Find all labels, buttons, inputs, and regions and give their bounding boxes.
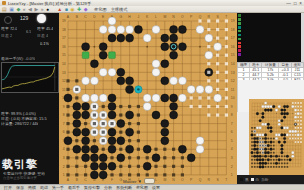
stone-black xyxy=(286,112,289,115)
stone-black xyxy=(161,137,169,145)
ownership-mark xyxy=(163,165,166,168)
graph-icon[interactable]: ◉ xyxy=(70,6,74,12)
board-coordinate: 14 xyxy=(231,62,235,66)
comment-panel[interactable] xyxy=(237,13,304,62)
ownership-mark xyxy=(102,139,105,142)
stone-black xyxy=(117,137,125,145)
ownership-mark xyxy=(251,163,253,165)
ownership-mark xyxy=(207,105,210,108)
engine-caption[interactable]: 载引擎 xyxy=(2,157,38,172)
ownership-mark xyxy=(251,155,253,157)
move-quality-dot[interactable] xyxy=(238,26,241,29)
ownership-mark xyxy=(281,155,283,157)
board-coordinate: 13 xyxy=(62,71,66,75)
board-coordinate: Q xyxy=(199,15,202,19)
stone-black xyxy=(82,43,90,51)
ownership-mark xyxy=(84,165,87,168)
ownership-mark xyxy=(75,96,78,99)
analyze-icon[interactable]: ▲ xyxy=(57,6,62,12)
status-item[interactable]: 保存 xyxy=(16,185,24,190)
stone-white xyxy=(90,77,98,85)
toolbar-toggle[interactable]: 变化图 xyxy=(94,7,107,12)
stone-black xyxy=(82,111,90,119)
board-coordinate: N xyxy=(172,178,175,182)
stone-black xyxy=(281,112,284,115)
move-quality-dot[interactable] xyxy=(238,53,241,56)
ownership-mark xyxy=(295,127,297,129)
ownership-mark xyxy=(207,28,210,31)
status-item[interactable]: 第一手 xyxy=(52,185,64,190)
black-legend-label: 黑 xyxy=(245,178,249,182)
ownership-mark xyxy=(163,156,166,159)
stone-black xyxy=(264,141,267,144)
black-player-stone-icon xyxy=(4,16,12,24)
stone-black xyxy=(270,130,273,133)
stone-white xyxy=(126,26,134,34)
board-coordinate: K xyxy=(146,15,149,19)
status-item[interactable]: 前进 xyxy=(40,185,48,190)
ownership-mark xyxy=(207,62,210,65)
right-panel: 顺序胜率计算量目差坐标 145.117k+0.3J11244.75.2k-0.1… xyxy=(237,13,304,184)
territory-icon[interactable]: ■ xyxy=(65,6,68,12)
board-coordinate: J xyxy=(138,15,140,19)
stone-white xyxy=(152,26,160,34)
ownership-mark xyxy=(181,173,184,176)
ownership-mark xyxy=(259,152,261,154)
stone-black xyxy=(73,128,81,136)
stone-black xyxy=(178,43,186,51)
stone-white xyxy=(291,105,294,108)
ownership-mark xyxy=(251,148,253,150)
stone-black xyxy=(253,148,256,151)
left-analysis-panel: 129 胜率 72.0 6.5 胜率 45.4 目差 2 目差 4 0.1% 最… xyxy=(0,13,59,184)
stone-black xyxy=(286,105,289,108)
ownership-mark xyxy=(267,155,269,157)
board-coordinate: A xyxy=(67,15,70,19)
board-coordinate: N xyxy=(172,15,175,19)
last-icon[interactable]: » xyxy=(41,6,44,12)
board-coordinate: M xyxy=(163,15,166,19)
stone-black xyxy=(267,158,270,161)
status-item[interactable]: 打开 xyxy=(4,185,12,190)
save-icon[interactable]: ◆ xyxy=(16,6,20,12)
stone-black xyxy=(283,137,286,140)
ownership-mark xyxy=(137,113,140,116)
board-coordinate: T xyxy=(225,15,227,19)
stone-black xyxy=(108,145,116,153)
candidate-move[interactable] xyxy=(109,52,116,59)
ownership-mark xyxy=(137,131,140,134)
stone-white xyxy=(291,151,294,154)
ownership-mark xyxy=(154,165,157,168)
stone-white xyxy=(143,94,151,102)
stone-black xyxy=(281,134,284,137)
ownership-mark xyxy=(225,19,228,22)
ownership-mark xyxy=(84,173,87,176)
stone-black xyxy=(161,120,169,128)
board-coordinate: R xyxy=(208,15,211,19)
ownership-mark xyxy=(254,131,256,133)
ownership-mark xyxy=(216,62,219,65)
ownership-mark xyxy=(128,156,131,159)
ownership-mark xyxy=(225,79,228,82)
undo-icon[interactable]: ◀ xyxy=(28,6,32,12)
stone-white xyxy=(264,123,267,126)
board-coordinate: 2 xyxy=(63,165,65,169)
ownership-mark xyxy=(270,166,272,168)
stone-black xyxy=(143,162,151,170)
ownership-mark xyxy=(273,155,275,157)
stone-black xyxy=(108,137,116,145)
stone-black xyxy=(143,145,151,153)
board-coordinate: 11 xyxy=(62,88,66,92)
stone-black xyxy=(275,162,278,165)
stone-black xyxy=(108,128,116,136)
stone-black xyxy=(152,111,160,119)
status-item[interactable]: 形势判断 xyxy=(116,185,132,190)
move-quality-dot[interactable] xyxy=(238,14,241,17)
stone-black xyxy=(283,141,286,144)
ownership-mark xyxy=(66,131,69,134)
status-item[interactable]: 暂停引擎 xyxy=(84,185,100,190)
candidate-move[interactable] xyxy=(82,52,89,59)
ownership-mark xyxy=(251,166,253,168)
first-icon[interactable]: « xyxy=(23,6,26,12)
stone-white xyxy=(294,109,297,112)
stone-black xyxy=(270,127,273,130)
ownership-mark xyxy=(267,163,269,165)
ownership-mark xyxy=(262,141,264,143)
move-quality-dot[interactable] xyxy=(238,38,241,41)
ownership-mark xyxy=(300,141,302,143)
ownership-mark xyxy=(257,145,259,147)
stone-black xyxy=(170,34,178,42)
ownership-mark xyxy=(259,148,261,150)
ownership-mark xyxy=(281,159,283,161)
ownership-mark xyxy=(172,156,175,159)
ownership-mark xyxy=(66,79,69,82)
ownership-mark xyxy=(225,88,228,91)
open-icon[interactable]: ▣ xyxy=(9,6,14,12)
white-stone-icon[interactable]: ○ xyxy=(52,6,55,12)
ownership-mark xyxy=(287,159,289,161)
ownership-mark xyxy=(284,166,286,168)
move-quality-dot[interactable] xyxy=(238,45,241,48)
ownership-mark xyxy=(295,138,297,140)
board-coordinate: 17 xyxy=(231,36,235,40)
legend-title: 形势 xyxy=(261,178,268,182)
ownership-mark xyxy=(257,166,259,168)
stone-black xyxy=(264,134,267,137)
board-area: AABBCCDDEEFFGGHHJJKKLLMMNNOOPPQQRRSSTT19… xyxy=(59,13,237,184)
ownership-mark xyxy=(273,145,275,147)
stone-black xyxy=(99,154,107,162)
stone-black xyxy=(264,148,267,151)
window-title: LizzieYzy - [Master 执白] 对局分析 - 第129手 xyxy=(8,1,286,6)
stone-black xyxy=(264,109,267,112)
add-icon[interactable]: ✚ xyxy=(77,6,81,12)
stone-white xyxy=(259,127,262,130)
ownership-mark xyxy=(251,127,253,129)
board-coordinate: 1 xyxy=(231,173,233,177)
winrate-graph[interactable] xyxy=(1,62,59,93)
stone-black xyxy=(283,116,286,119)
stone-black xyxy=(161,94,169,102)
ownership-mark xyxy=(300,120,302,122)
stone-white xyxy=(196,85,204,93)
komi-value: 6.5 xyxy=(26,29,31,34)
board-coordinate: 7 xyxy=(63,122,65,126)
stone-white xyxy=(99,94,107,102)
move-quality-dot[interactable] xyxy=(238,22,241,25)
stone-black xyxy=(64,94,72,102)
stone-white xyxy=(214,43,222,51)
ownership-mark xyxy=(297,123,299,125)
ownership-mark xyxy=(137,148,140,151)
stone-black xyxy=(267,127,270,130)
ownership-mark xyxy=(300,131,302,133)
ownership-mark xyxy=(225,62,228,65)
winrate-delta: 0.1% xyxy=(40,41,49,46)
ownership-mark xyxy=(287,166,289,168)
ownership-mark xyxy=(216,88,219,91)
ownership-mark xyxy=(66,156,69,159)
stone-black xyxy=(256,137,259,140)
stone-black xyxy=(82,128,90,136)
ownership-mark xyxy=(102,105,105,108)
stone-black xyxy=(259,119,262,122)
ownership-mark xyxy=(66,148,69,151)
app-icon xyxy=(2,1,6,5)
ownership-mark xyxy=(270,138,272,140)
board-coordinate: 12 xyxy=(62,79,66,83)
toolbar-toggle[interactable]: 主播模式 xyxy=(111,7,128,12)
status-item[interactable]: 设置 xyxy=(152,185,160,190)
board-coordinate: M xyxy=(163,178,166,182)
ownership-mark xyxy=(110,156,113,159)
black-winrate: 胜率 72.0 xyxy=(1,26,17,31)
stone-black xyxy=(82,145,90,153)
stone-black xyxy=(256,151,259,154)
ownership-mark xyxy=(278,155,280,157)
move-quality-dot[interactable] xyxy=(238,30,241,33)
ownership-mark xyxy=(93,105,96,108)
stone-black xyxy=(262,166,265,169)
stone-black xyxy=(256,155,259,158)
status-item[interactable]: 最后手 xyxy=(68,185,80,190)
black-legend-swatch xyxy=(240,178,243,181)
stone-black xyxy=(90,171,98,179)
stone-black xyxy=(256,112,259,115)
stone-black xyxy=(264,151,267,154)
ownership-mark xyxy=(259,141,261,143)
ownership-legend: 黑 白 形势 xyxy=(237,175,304,184)
main-board[interactable]: AABBCCDDEEFFGGHHJJKKLLMMNNOOPPQQRRSSTT19… xyxy=(59,13,237,188)
ownership-mark xyxy=(297,120,299,122)
stone-white xyxy=(264,105,267,108)
ownership-mark xyxy=(66,113,69,116)
board-coordinate: C xyxy=(84,178,87,182)
stone-white xyxy=(275,109,278,112)
ownership-mark xyxy=(66,105,69,108)
settings-icon[interactable]: ◆ xyxy=(84,6,88,12)
move-quality-dot[interactable] xyxy=(238,42,241,45)
ownership-mark xyxy=(225,45,228,48)
board-coordinate: 10 xyxy=(231,96,235,100)
stone-black xyxy=(117,68,125,76)
scrollbar[interactable] xyxy=(301,13,304,62)
stone-black xyxy=(99,51,107,59)
ownership-mark xyxy=(254,127,256,129)
stone-white xyxy=(256,134,259,137)
ownership-mark xyxy=(75,156,78,159)
ownership-mark xyxy=(216,71,219,74)
stone-black xyxy=(264,162,267,165)
toolbar-icons: ▤▣◆«◀▶»●○▲■◉✚◆ xyxy=(2,6,90,12)
white-player-stone-icon xyxy=(37,14,46,23)
stone-black xyxy=(170,51,178,59)
ownership-mark xyxy=(225,28,228,31)
ownership-mark xyxy=(295,141,297,143)
ownership-miniboard[interactable] xyxy=(249,99,304,175)
stone-white xyxy=(152,68,160,76)
ownership-mark xyxy=(216,54,219,57)
stone-white xyxy=(291,155,294,158)
stone-white xyxy=(196,145,204,153)
stone-white xyxy=(152,60,160,68)
stone-white xyxy=(143,34,151,42)
ownership-mark xyxy=(137,139,140,142)
board-coordinate: 3 xyxy=(231,156,233,160)
board-coordinate: 1 xyxy=(63,173,65,177)
ownership-mark xyxy=(225,54,228,57)
ownership-mark xyxy=(297,106,299,108)
minimize-button[interactable]: — xyxy=(286,1,291,6)
board-coordinate: P xyxy=(190,15,193,19)
ownership-mark xyxy=(172,165,175,168)
stone-black xyxy=(253,137,256,140)
stone-black xyxy=(253,144,256,147)
stone-black xyxy=(289,158,292,161)
stone-black xyxy=(259,155,262,158)
board-coordinate: 11 xyxy=(231,88,235,92)
close-button[interactable]: × xyxy=(299,1,302,6)
stone-black xyxy=(90,145,98,153)
move-quality-dot[interactable] xyxy=(238,18,241,21)
ownership-mark xyxy=(267,138,269,140)
stone-black xyxy=(259,162,262,165)
ownership-mark xyxy=(198,105,201,108)
stone-black xyxy=(73,145,81,153)
stone-black xyxy=(281,144,284,147)
ownership-mark xyxy=(216,28,219,31)
ownership-mark xyxy=(292,134,294,136)
ownership-mark xyxy=(251,131,253,133)
stone-black xyxy=(281,127,284,130)
ownership-mark xyxy=(270,145,272,147)
stone-black xyxy=(161,60,169,68)
status-item[interactable]: 变化图 xyxy=(136,185,148,190)
stone-black xyxy=(267,109,270,112)
ownership-mark xyxy=(102,131,105,134)
ownership-mark xyxy=(137,105,140,108)
board-coordinate: 18 xyxy=(62,28,66,32)
stone-white xyxy=(196,26,204,34)
stone-white xyxy=(108,17,116,25)
stone-white xyxy=(108,68,116,76)
stone-black xyxy=(170,94,178,102)
status-item[interactable]: 分析 xyxy=(104,185,112,190)
status-item[interactable]: 悔棋 xyxy=(28,185,36,190)
stone-white xyxy=(99,68,107,76)
board-coordinate: 15 xyxy=(62,53,66,57)
new-icon[interactable]: ▤ xyxy=(2,6,7,12)
ownership-mark xyxy=(190,105,193,108)
stone-black xyxy=(170,111,178,119)
stone-white xyxy=(294,130,297,133)
ownership-mark xyxy=(273,163,275,165)
stone-black xyxy=(108,111,116,119)
stone-white xyxy=(214,94,222,102)
ownership-mark xyxy=(154,148,157,151)
stone-black xyxy=(256,141,259,144)
ownership-mark xyxy=(297,102,299,104)
move-quality-dot[interactable] xyxy=(238,49,241,52)
ownership-mark xyxy=(300,109,302,111)
ownership-mark xyxy=(172,173,175,176)
stone-black xyxy=(286,155,289,158)
ownership-mark xyxy=(254,159,256,161)
board-coordinate: 13 xyxy=(231,71,235,75)
ownership-mark xyxy=(172,148,175,151)
stone-black xyxy=(126,128,134,136)
stone-black xyxy=(117,34,125,42)
stone-black xyxy=(170,43,178,51)
stone-black xyxy=(281,148,284,151)
stone-black xyxy=(251,151,254,154)
stone-black xyxy=(82,103,90,111)
ownership-mark xyxy=(251,138,253,140)
stone-white xyxy=(82,77,90,85)
board-coordinate: 8 xyxy=(63,113,65,117)
board-coordinate: L xyxy=(155,15,157,19)
ownership-mark xyxy=(292,102,294,104)
ownership-mark xyxy=(66,122,69,125)
stone-black xyxy=(117,120,125,128)
ownership-mark xyxy=(295,113,297,115)
stone-black xyxy=(253,155,256,158)
stone-white xyxy=(82,94,90,102)
stone-black xyxy=(152,154,160,162)
ownership-mark xyxy=(119,148,122,151)
stone-black xyxy=(262,116,265,119)
ownership-mark xyxy=(128,165,131,168)
stone-black xyxy=(73,120,81,128)
ownership-mark xyxy=(110,173,113,176)
ownership-mark xyxy=(119,165,122,168)
stone-black xyxy=(90,60,98,68)
move-quality-dot[interactable] xyxy=(238,34,241,37)
redo-icon[interactable]: ▶ xyxy=(34,6,38,12)
ownership-mark xyxy=(75,79,78,82)
ownership-mark xyxy=(225,105,228,108)
stone-white xyxy=(99,26,107,34)
maximize-button[interactable]: □ xyxy=(294,1,297,6)
ownership-mark xyxy=(295,134,297,136)
black-stone-icon[interactable]: ● xyxy=(46,6,49,12)
ownership-mark xyxy=(257,163,259,165)
stone-black xyxy=(259,166,262,169)
